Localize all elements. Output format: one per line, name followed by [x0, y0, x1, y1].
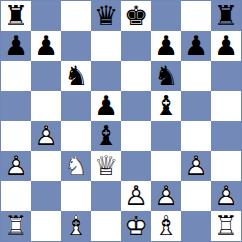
black-bishop-piece[interactable]: ♝	[91, 121, 121, 151]
square-a2[interactable]	[1, 181, 31, 211]
white-rook-piece[interactable]: ♜♖	[1, 211, 31, 241]
square-e7[interactable]	[121, 31, 151, 61]
white-bishop-piece[interactable]: ♝♗	[151, 211, 181, 241]
square-h4[interactable]	[211, 121, 241, 151]
square-c5[interactable]	[61, 91, 91, 121]
square-e2[interactable]: ♟♙	[121, 181, 151, 211]
white-pawn-piece[interactable]: ♟♙	[181, 151, 211, 181]
square-b4[interactable]: ♟♙	[31, 121, 61, 151]
white-pawn-piece[interactable]: ♟♙	[151, 181, 181, 211]
square-d1[interactable]	[91, 211, 121, 241]
square-g8[interactable]	[181, 1, 211, 31]
square-b5[interactable]	[31, 91, 61, 121]
piece-glyph-outline: ♕	[91, 151, 121, 181]
square-c2[interactable]	[61, 181, 91, 211]
black-pawn-piece[interactable]: ♟	[211, 31, 241, 61]
square-b8[interactable]	[31, 1, 61, 31]
square-c1[interactable]: ♝♗	[61, 211, 91, 241]
square-b3[interactable]	[31, 151, 61, 181]
square-a7[interactable]: ♟	[1, 31, 31, 61]
black-rook-piece[interactable]: ♜	[1, 1, 31, 31]
piece-glyph-solid: ♜	[1, 1, 31, 31]
square-h5[interactable]	[211, 91, 241, 121]
square-e6[interactable]	[121, 61, 151, 91]
square-d3[interactable]: ♛♕	[91, 151, 121, 181]
black-rook-piece[interactable]: ♜	[211, 1, 241, 31]
square-a1[interactable]: ♜♖	[1, 211, 31, 241]
piece-glyph-solid: ♟	[151, 31, 181, 61]
piece-glyph-outline: ♙	[31, 121, 61, 151]
square-g2[interactable]	[181, 181, 211, 211]
piece-glyph-outline: ♙	[1, 151, 31, 181]
square-a3[interactable]: ♟♙	[1, 151, 31, 181]
square-g6[interactable]	[181, 61, 211, 91]
square-c3[interactable]: ♞♘	[61, 151, 91, 181]
square-d8[interactable]: ♛	[91, 1, 121, 31]
square-h1[interactable]: ♜♖	[211, 211, 241, 241]
square-b6[interactable]	[31, 61, 61, 91]
square-d2[interactable]	[91, 181, 121, 211]
square-f7[interactable]: ♟	[151, 31, 181, 61]
square-d4[interactable]: ♝	[91, 121, 121, 151]
square-f1[interactable]: ♝♗	[151, 211, 181, 241]
white-rook-piece[interactable]: ♜♖	[211, 211, 241, 241]
square-e5[interactable]	[121, 91, 151, 121]
square-h2[interactable]: ♟♙	[211, 181, 241, 211]
square-c4[interactable]	[61, 121, 91, 151]
white-pawn-piece[interactable]: ♟♙	[31, 121, 61, 151]
piece-glyph-solid: ♞	[151, 61, 181, 91]
piece-glyph-solid: ♚	[121, 1, 151, 31]
square-d7[interactable]	[91, 31, 121, 61]
piece-glyph-outline: ♗	[151, 211, 181, 241]
black-pawn-piece[interactable]: ♟	[1, 31, 31, 61]
piece-glyph-solid: ♜	[211, 1, 241, 31]
square-f3[interactable]	[151, 151, 181, 181]
square-c7[interactable]	[61, 31, 91, 61]
square-b2[interactable]	[31, 181, 61, 211]
white-king-piece[interactable]: ♚♔	[121, 211, 151, 241]
black-pawn-piece[interactable]: ♟	[181, 31, 211, 61]
white-pawn-piece[interactable]: ♟♙	[211, 181, 241, 211]
piece-glyph-solid: ♛	[91, 1, 121, 31]
piece-glyph-solid: ♞	[61, 61, 91, 91]
piece-glyph-outline: ♙	[211, 181, 241, 211]
piece-glyph-solid: ♝	[151, 91, 181, 121]
square-h8[interactable]: ♜	[211, 1, 241, 31]
piece-glyph-outline: ♖	[211, 211, 241, 241]
square-f4[interactable]	[151, 121, 181, 151]
piece-glyph-solid: ♟	[181, 31, 211, 61]
piece-glyph-solid: ♟	[91, 91, 121, 121]
piece-glyph-solid: ♟	[211, 31, 241, 61]
square-c8[interactable]	[61, 1, 91, 31]
piece-glyph-outline: ♔	[121, 211, 151, 241]
black-queen-piece[interactable]: ♛	[91, 1, 121, 31]
square-d5[interactable]: ♟	[91, 91, 121, 121]
square-e8[interactable]: ♚	[121, 1, 151, 31]
piece-glyph-outline: ♖	[1, 211, 31, 241]
square-g7[interactable]: ♟	[181, 31, 211, 61]
square-a8[interactable]: ♜	[1, 1, 31, 31]
square-a4[interactable]	[1, 121, 31, 151]
piece-glyph-solid: ♟	[31, 31, 61, 61]
square-h3[interactable]	[211, 151, 241, 181]
square-g3[interactable]: ♟♙	[181, 151, 211, 181]
square-b1[interactable]	[31, 211, 61, 241]
piece-glyph-solid: ♝	[91, 121, 121, 151]
square-g4[interactable]	[181, 121, 211, 151]
square-e3[interactable]	[121, 151, 151, 181]
square-c6[interactable]: ♞	[61, 61, 91, 91]
square-b7[interactable]: ♟	[31, 31, 61, 61]
square-f2[interactable]: ♟♙	[151, 181, 181, 211]
white-knight-piece[interactable]: ♞♘	[61, 151, 91, 181]
square-f5[interactable]: ♝	[151, 91, 181, 121]
white-bishop-piece[interactable]: ♝♗	[61, 211, 91, 241]
piece-glyph-outline: ♙	[151, 181, 181, 211]
square-f6[interactable]: ♞	[151, 61, 181, 91]
black-bishop-piece[interactable]: ♝	[151, 91, 181, 121]
piece-glyph-outline: ♘	[61, 151, 91, 181]
square-d6[interactable]	[91, 61, 121, 91]
black-pawn-piece[interactable]: ♟	[151, 31, 181, 61]
square-e1[interactable]: ♚♔	[121, 211, 151, 241]
square-e4[interactable]	[121, 121, 151, 151]
piece-glyph-outline: ♙	[121, 181, 151, 211]
white-queen-piece[interactable]: ♛♕	[91, 151, 121, 181]
square-h7[interactable]: ♟	[211, 31, 241, 61]
black-pawn-piece[interactable]: ♟	[31, 31, 61, 61]
white-pawn-piece[interactable]: ♟♙	[121, 181, 151, 211]
piece-glyph-outline: ♗	[61, 211, 91, 241]
black-pawn-piece[interactable]: ♟	[91, 91, 121, 121]
white-pawn-piece[interactable]: ♟♙	[1, 151, 31, 181]
black-king-piece[interactable]: ♚	[121, 1, 151, 31]
chess-board: ♜♛♚♜♟♟♟♟♟♞♞♟♝♟♙♝♟♙♞♘♛♕♟♙♟♙♟♙♟♙♜♖♝♗♚♔♝♗♜♖	[0, 0, 242, 242]
square-g5[interactable]	[181, 91, 211, 121]
square-a6[interactable]	[1, 61, 31, 91]
piece-glyph-outline: ♙	[181, 151, 211, 181]
black-knight-piece[interactable]: ♞	[151, 61, 181, 91]
square-f8[interactable]	[151, 1, 181, 31]
square-a5[interactable]	[1, 91, 31, 121]
square-h6[interactable]	[211, 61, 241, 91]
piece-glyph-solid: ♟	[1, 31, 31, 61]
square-g1[interactable]	[181, 211, 211, 241]
black-knight-piece[interactable]: ♞	[61, 61, 91, 91]
